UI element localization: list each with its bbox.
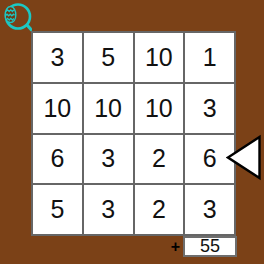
- grid-cell-r2c4[interactable]: 3: [185, 84, 234, 133]
- grid-cell-r3c2[interactable]: 3: [84, 135, 133, 184]
- total-value-box: 55: [183, 236, 237, 257]
- game-background: 3 5 10 1 10 10 10 3 6 3 2 6 5 3 2 3 + 55: [0, 0, 264, 264]
- number-grid: 3 5 10 1 10 10 10 3 6 3 2 6 5 3 2 3: [31, 31, 236, 236]
- grid-cell-r2c3[interactable]: 10: [135, 84, 184, 133]
- plus-sign: +: [158, 236, 180, 257]
- grid-cell-r3c3[interactable]: 2: [135, 135, 184, 184]
- grid-cell-r1c4[interactable]: 1: [185, 33, 234, 82]
- grid-cell-r4c3[interactable]: 2: [135, 185, 184, 234]
- grid-cell-r4c4[interactable]: 3: [185, 185, 234, 234]
- grid-cell-r1c2[interactable]: 5: [84, 33, 133, 82]
- grid-cell-r4c2[interactable]: 3: [84, 185, 133, 234]
- grid-cell-r3c1[interactable]: 6: [33, 135, 82, 184]
- row-marker-arrow-icon[interactable]: [226, 134, 262, 182]
- grid-cell-r4c1[interactable]: 5: [33, 185, 82, 234]
- grid-cell-r2c2[interactable]: 10: [84, 84, 133, 133]
- grid-cell-r2c1[interactable]: 10: [33, 84, 82, 133]
- grid-cell-r1c3[interactable]: 10: [135, 33, 184, 82]
- easter-egg-logo-icon[interactable]: [2, 2, 32, 32]
- grid-cell-r1c1[interactable]: 3: [33, 33, 82, 82]
